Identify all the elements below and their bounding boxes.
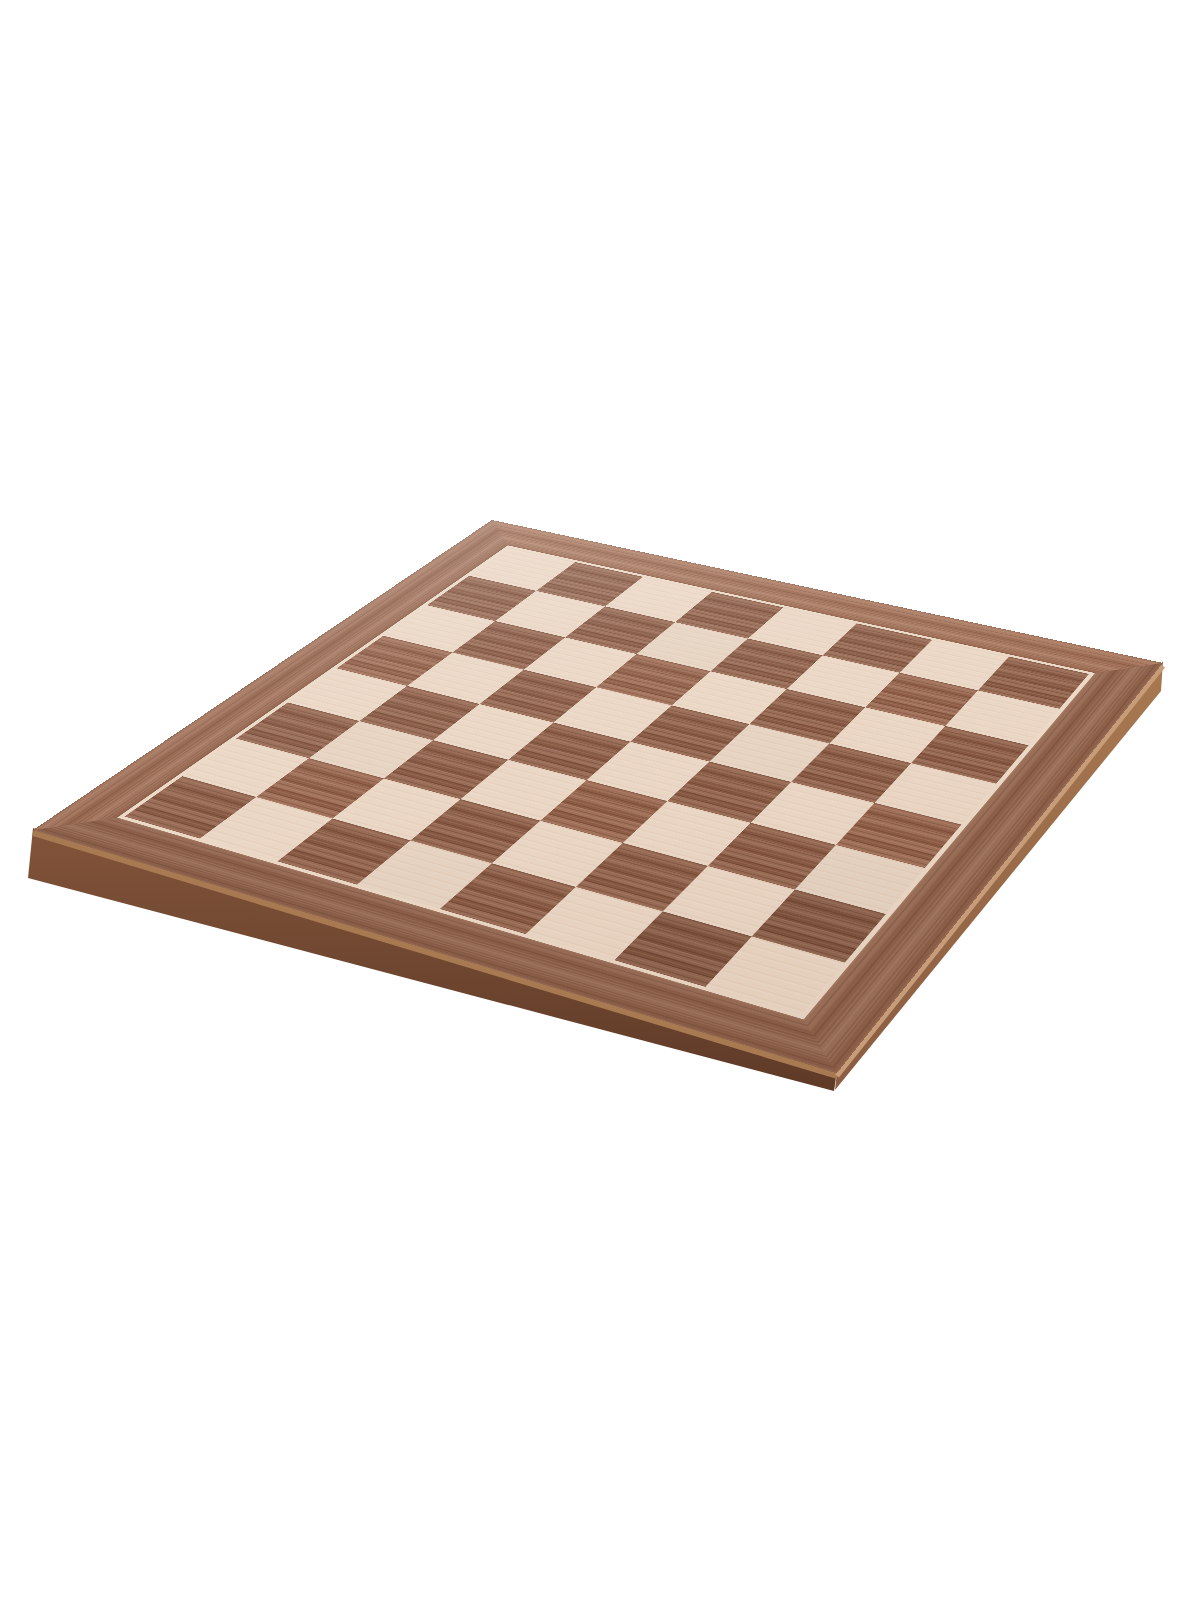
product-photo-scene xyxy=(0,0,1200,1600)
